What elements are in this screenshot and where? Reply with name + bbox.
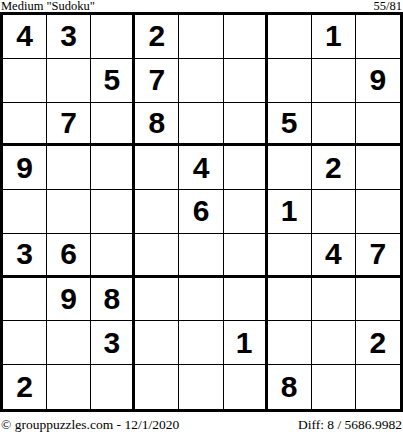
cell-r2c7[interactable]	[268, 59, 312, 103]
cell-r5c1[interactable]	[3, 190, 47, 234]
cell-r7c6[interactable]	[224, 278, 268, 322]
cell-r2c3: 5	[91, 59, 135, 103]
cell-r9c1: 2	[3, 365, 47, 409]
sudoku-board: 43215797859426136479831228	[0, 12, 403, 412]
cell-r7c2: 9	[47, 278, 91, 322]
cell-r5c7: 1	[268, 190, 312, 234]
cells-remaining-counter: 55/81	[374, 0, 402, 12]
cell-r8c4[interactable]	[135, 321, 179, 365]
cell-r7c9[interactable]	[356, 278, 400, 322]
cell-r1c1: 4	[3, 15, 47, 59]
cell-r4c6[interactable]	[224, 146, 268, 190]
cell-r7c3: 8	[91, 278, 135, 322]
cell-r7c5[interactable]	[179, 278, 223, 322]
cell-r8c5[interactable]	[179, 321, 223, 365]
cell-r4c4[interactable]	[135, 146, 179, 190]
cell-r7c8[interactable]	[312, 278, 356, 322]
cell-r8c6: 1	[224, 321, 268, 365]
cell-r6c2: 6	[47, 234, 91, 278]
cell-r2c8[interactable]	[312, 59, 356, 103]
cell-r9c4[interactable]	[135, 365, 179, 409]
cell-r4c7[interactable]	[268, 146, 312, 190]
copyright-credit: © grouppuzzles.com - 12/1/2020	[1, 417, 179, 433]
cell-r6c3[interactable]	[91, 234, 135, 278]
difficulty-rating: Diff: 8 / 5686.9982	[298, 417, 402, 433]
sudoku-page: Medium "Sudoku" 55/81 432157978594261364…	[0, 0, 403, 437]
cell-r4c1: 9	[3, 146, 47, 190]
cell-r6c8: 4	[312, 234, 356, 278]
cell-r3c2: 7	[47, 103, 91, 147]
cell-r5c5: 6	[179, 190, 223, 234]
cell-r4c3[interactable]	[91, 146, 135, 190]
cell-r6c7[interactable]	[268, 234, 312, 278]
cell-r7c7[interactable]	[268, 278, 312, 322]
cell-r9c8[interactable]	[312, 365, 356, 409]
cell-r1c5[interactable]	[179, 15, 223, 59]
cell-r3c6[interactable]	[224, 103, 268, 147]
cell-r9c7: 8	[268, 365, 312, 409]
cell-r8c8[interactable]	[312, 321, 356, 365]
cell-r4c5: 4	[179, 146, 223, 190]
cell-r5c8[interactable]	[312, 190, 356, 234]
cell-r8c1[interactable]	[3, 321, 47, 365]
cell-r5c6[interactable]	[224, 190, 268, 234]
cell-r6c1: 3	[3, 234, 47, 278]
cell-r8c2[interactable]	[47, 321, 91, 365]
cell-r9c6[interactable]	[224, 365, 268, 409]
cell-r8c7[interactable]	[268, 321, 312, 365]
cell-r7c1[interactable]	[3, 278, 47, 322]
cell-r5c2[interactable]	[47, 190, 91, 234]
cell-r2c9: 9	[356, 59, 400, 103]
cell-r1c3[interactable]	[91, 15, 135, 59]
cell-r1c6[interactable]	[224, 15, 268, 59]
cell-r3c3[interactable]	[91, 103, 135, 147]
cell-r4c2[interactable]	[47, 146, 91, 190]
cell-r2c6[interactable]	[224, 59, 268, 103]
cell-r9c5[interactable]	[179, 365, 223, 409]
cell-r2c5[interactable]	[179, 59, 223, 103]
header: Medium "Sudoku" 55/81	[0, 0, 403, 12]
cell-r9c2[interactable]	[47, 365, 91, 409]
cell-r1c2: 3	[47, 15, 91, 59]
cell-r6c4[interactable]	[135, 234, 179, 278]
cell-r9c3[interactable]	[91, 365, 135, 409]
cell-r4c9[interactable]	[356, 146, 400, 190]
cell-r5c4[interactable]	[135, 190, 179, 234]
cell-r3c1[interactable]	[3, 103, 47, 147]
cell-r3c4: 8	[135, 103, 179, 147]
cell-r1c9[interactable]	[356, 15, 400, 59]
puzzle-title: Medium "Sudoku"	[1, 0, 95, 12]
cell-r3c7: 5	[268, 103, 312, 147]
cell-r6c5[interactable]	[179, 234, 223, 278]
cell-r9c9[interactable]	[356, 365, 400, 409]
cell-r3c9[interactable]	[356, 103, 400, 147]
cell-r1c4: 2	[135, 15, 179, 59]
cell-r1c7[interactable]	[268, 15, 312, 59]
cell-r3c8[interactable]	[312, 103, 356, 147]
cell-r4c8: 2	[312, 146, 356, 190]
cell-r6c6[interactable]	[224, 234, 268, 278]
footer: © grouppuzzles.com - 12/1/2020 Diff: 8 /…	[0, 412, 403, 433]
cell-r1c8: 1	[312, 15, 356, 59]
cell-r2c1[interactable]	[3, 59, 47, 103]
cell-r5c3[interactable]	[91, 190, 135, 234]
cell-r6c9: 7	[356, 234, 400, 278]
cell-r8c9: 2	[356, 321, 400, 365]
cell-r2c2[interactable]	[47, 59, 91, 103]
cell-r5c9[interactable]	[356, 190, 400, 234]
cell-r2c4: 7	[135, 59, 179, 103]
cell-r3c5[interactable]	[179, 103, 223, 147]
cell-r7c4[interactable]	[135, 278, 179, 322]
cell-r8c3: 3	[91, 321, 135, 365]
